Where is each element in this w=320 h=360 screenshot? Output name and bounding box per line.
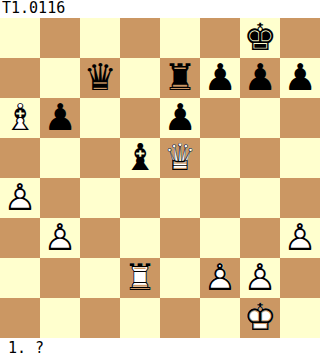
square-g4[interactable] (240, 178, 280, 218)
square-d4[interactable] (120, 178, 160, 218)
piece-black-pawn-h7[interactable]: ♟ (280, 58, 320, 98)
square-c2[interactable] (80, 258, 120, 298)
chess-board: ♚♛♜♟♟♟♝♗♟♟♝♛♕♟♙♟♙♟♙♜♖♟♙♟♙♚♔ (0, 18, 320, 338)
square-b6[interactable]: ♟ (40, 98, 80, 138)
square-d7[interactable] (120, 58, 160, 98)
white-piece-outline: ♙ (200, 258, 240, 298)
piece-black-bishop-d5[interactable]: ♝ (120, 138, 160, 178)
move-prompt: 1. ? (0, 338, 320, 360)
square-c3[interactable] (80, 218, 120, 258)
square-b3[interactable]: ♟♙ (40, 218, 80, 258)
square-c1[interactable] (80, 298, 120, 338)
black-piece-glyph: ♟ (280, 58, 320, 98)
square-e4[interactable] (160, 178, 200, 218)
square-g8[interactable]: ♚ (240, 18, 280, 58)
square-a5[interactable] (0, 138, 40, 178)
square-c6[interactable] (80, 98, 120, 138)
square-h3[interactable]: ♟♙ (280, 218, 320, 258)
square-c7[interactable]: ♛ (80, 58, 120, 98)
piece-white-pawn-g2[interactable]: ♟♙ (240, 258, 280, 298)
white-piece-outline: ♖ (120, 258, 160, 298)
piece-black-rook-e7[interactable]: ♜ (160, 58, 200, 98)
square-d1[interactable] (120, 298, 160, 338)
white-piece-outline: ♙ (0, 178, 40, 218)
piece-black-pawn-e6[interactable]: ♟ (160, 98, 200, 138)
square-b2[interactable] (40, 258, 80, 298)
white-piece-outline: ♕ (160, 138, 200, 178)
piece-black-queen-c7[interactable]: ♛ (80, 58, 120, 98)
piece-black-pawn-g7[interactable]: ♟ (240, 58, 280, 98)
square-a6[interactable]: ♝♗ (0, 98, 40, 138)
square-g3[interactable] (240, 218, 280, 258)
square-f2[interactable]: ♟♙ (200, 258, 240, 298)
square-e7[interactable]: ♜ (160, 58, 200, 98)
square-a8[interactable] (0, 18, 40, 58)
square-d3[interactable] (120, 218, 160, 258)
piece-white-king-g1[interactable]: ♚♔ (240, 298, 280, 338)
piece-black-pawn-f7[interactable]: ♟ (200, 58, 240, 98)
square-h7[interactable]: ♟ (280, 58, 320, 98)
white-piece-outline: ♙ (280, 218, 320, 258)
square-c4[interactable] (80, 178, 120, 218)
square-f4[interactable] (200, 178, 240, 218)
square-d5[interactable]: ♝ (120, 138, 160, 178)
piece-white-pawn-f2[interactable]: ♟♙ (200, 258, 240, 298)
square-d8[interactable] (120, 18, 160, 58)
square-f5[interactable] (200, 138, 240, 178)
square-h2[interactable] (280, 258, 320, 298)
square-f7[interactable]: ♟ (200, 58, 240, 98)
square-h4[interactable] (280, 178, 320, 218)
black-piece-glyph: ♝ (120, 138, 160, 178)
square-e6[interactable]: ♟ (160, 98, 200, 138)
square-b1[interactable] (40, 298, 80, 338)
square-e3[interactable] (160, 218, 200, 258)
square-d2[interactable]: ♜♖ (120, 258, 160, 298)
square-h5[interactable] (280, 138, 320, 178)
square-c8[interactable] (80, 18, 120, 58)
square-f3[interactable] (200, 218, 240, 258)
square-f6[interactable] (200, 98, 240, 138)
piece-white-pawn-a4[interactable]: ♟♙ (0, 178, 40, 218)
square-g5[interactable] (240, 138, 280, 178)
black-piece-glyph: ♟ (200, 58, 240, 98)
square-a7[interactable] (0, 58, 40, 98)
piece-black-king-g8[interactable]: ♚ (240, 18, 280, 58)
square-a1[interactable] (0, 298, 40, 338)
black-piece-glyph: ♟ (160, 98, 200, 138)
piece-white-queen-e5[interactable]: ♛♕ (160, 138, 200, 178)
square-b7[interactable] (40, 58, 80, 98)
white-piece-outline: ♗ (0, 98, 40, 138)
square-h1[interactable] (280, 298, 320, 338)
piece-white-rook-d2[interactable]: ♜♖ (120, 258, 160, 298)
white-piece-outline: ♙ (240, 258, 280, 298)
square-b4[interactable] (40, 178, 80, 218)
square-b5[interactable] (40, 138, 80, 178)
square-e5[interactable]: ♛♕ (160, 138, 200, 178)
piece-white-pawn-b3[interactable]: ♟♙ (40, 218, 80, 258)
square-g2[interactable]: ♟♙ (240, 258, 280, 298)
square-g7[interactable]: ♟ (240, 58, 280, 98)
square-a4[interactable]: ♟♙ (0, 178, 40, 218)
black-piece-glyph: ♟ (240, 58, 280, 98)
square-g6[interactable] (240, 98, 280, 138)
black-piece-glyph: ♟ (40, 98, 80, 138)
square-g1[interactable]: ♚♔ (240, 298, 280, 338)
square-c5[interactable] (80, 138, 120, 178)
white-piece-outline: ♙ (40, 218, 80, 258)
square-e1[interactable] (160, 298, 200, 338)
square-f8[interactable] (200, 18, 240, 58)
square-d6[interactable] (120, 98, 160, 138)
piece-white-bishop-a6[interactable]: ♝♗ (0, 98, 40, 138)
black-piece-glyph: ♚ (240, 18, 280, 58)
white-piece-outline: ♔ (240, 298, 280, 338)
square-f1[interactable] (200, 298, 240, 338)
square-h8[interactable] (280, 18, 320, 58)
black-piece-glyph: ♜ (160, 58, 200, 98)
square-e8[interactable] (160, 18, 200, 58)
piece-black-pawn-b6[interactable]: ♟ (40, 98, 80, 138)
piece-white-pawn-h3[interactable]: ♟♙ (280, 218, 320, 258)
chess-puzzle-page: T1.0116 ♚♛♜♟♟♟♝♗♟♟♝♛♕♟♙♟♙♟♙♜♖♟♙♟♙♚♔ 1. ? (0, 0, 320, 360)
square-b8[interactable] (40, 18, 80, 58)
square-a2[interactable] (0, 258, 40, 298)
square-h6[interactable] (280, 98, 320, 138)
square-e2[interactable] (160, 258, 200, 298)
square-a3[interactable] (0, 218, 40, 258)
black-piece-glyph: ♛ (80, 58, 120, 98)
